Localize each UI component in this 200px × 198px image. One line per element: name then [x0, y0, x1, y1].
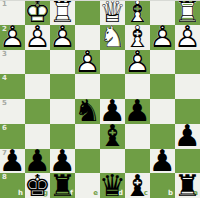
black-pawn-glyph: ♟: [125, 99, 150, 124]
square-f5[interactable]: [50, 99, 75, 124]
black-pawn-glyph: ♟: [0, 149, 25, 174]
black-pawn-glyph: ♟: [100, 99, 125, 124]
square-h6[interactable]: 6: [0, 124, 25, 149]
square-c5[interactable]: ♟: [125, 99, 150, 124]
piece-white-pawn-a2[interactable]: ♟♙: [175, 25, 200, 50]
piece-white-pawn-f2[interactable]: ♟♙: [50, 25, 75, 50]
square-a6[interactable]: ♟: [175, 124, 200, 149]
white-bishop-fill-glyph: ♝: [125, 0, 150, 25]
square-b1[interactable]: [150, 0, 175, 25]
white-pawn-fill-glyph: ♟: [0, 25, 25, 50]
square-g7[interactable]: ♟: [25, 149, 50, 174]
black-pawn-glyph: ♟: [175, 124, 200, 149]
black-pawn-glyph: ♟: [50, 149, 75, 174]
square-b6[interactable]: [150, 124, 175, 149]
white-pawn-fill-glyph: ♟: [175, 25, 200, 50]
square-a8[interactable]: a♜: [175, 173, 200, 198]
black-bishop-glyph: ♝: [100, 124, 125, 149]
square-c3[interactable]: ♟♙: [125, 50, 150, 75]
square-f8[interactable]: f♜: [50, 173, 75, 198]
square-a3[interactable]: [175, 50, 200, 75]
piece-black-rook-a8[interactable]: ♜: [175, 173, 200, 198]
square-h4[interactable]: 4: [0, 74, 25, 99]
white-knight-outline-glyph: ♘: [100, 25, 125, 50]
square-b5[interactable]: [150, 99, 175, 124]
file-label-e: e: [93, 190, 98, 197]
square-c7[interactable]: [125, 149, 150, 174]
white-bishop-outline-glyph: ♗: [125, 25, 150, 50]
white-pawn-outline-glyph: ♙: [25, 25, 50, 50]
black-pawn-glyph: ♟: [25, 149, 50, 174]
piece-white-pawn-b2[interactable]: ♟♙: [150, 25, 175, 50]
rank-label-1: 1: [2, 1, 7, 8]
piece-white-rook-f1[interactable]: ♜♖: [50, 0, 75, 25]
white-pawn-fill-glyph: ♟: [25, 25, 50, 50]
white-pawn-outline-glyph: ♙: [125, 50, 150, 75]
black-bishop-glyph: ♝: [125, 173, 150, 198]
square-e4[interactable]: [75, 74, 100, 99]
square-a7[interactable]: [175, 149, 200, 174]
square-f1[interactable]: ♜♖: [50, 0, 75, 25]
black-pawn-glyph: ♟: [150, 149, 175, 174]
square-c6[interactable]: [125, 124, 150, 149]
black-queen-glyph: ♛: [100, 173, 125, 198]
black-king-glyph: ♚: [25, 173, 50, 198]
square-b3[interactable]: [150, 50, 175, 75]
square-d4[interactable]: [100, 74, 125, 99]
rank-label-5: 5: [2, 100, 7, 107]
black-knight-glyph: ♞: [75, 99, 100, 124]
square-g1[interactable]: ♚♔: [25, 0, 50, 25]
white-rook-outline-glyph: ♖: [50, 0, 75, 25]
square-b2[interactable]: ♟♙: [150, 25, 175, 50]
piece-black-pawn-d5[interactable]: ♟: [100, 99, 125, 124]
black-rook-glyph: ♜: [50, 173, 75, 198]
square-g5[interactable]: [25, 99, 50, 124]
file-label-b: b: [168, 190, 173, 197]
piece-black-queen-d8[interactable]: ♛: [100, 173, 125, 198]
square-h7[interactable]: 7♟: [0, 149, 25, 174]
white-pawn-fill-glyph: ♟: [125, 50, 150, 75]
white-king-outline-glyph: ♔: [25, 0, 50, 25]
white-pawn-outline-glyph: ♙: [50, 25, 75, 50]
piece-white-pawn-h2[interactable]: ♟♙: [0, 25, 25, 50]
square-g8[interactable]: g♚: [25, 173, 50, 198]
white-rook-outline-glyph: ♖: [175, 0, 200, 25]
square-f4[interactable]: [50, 74, 75, 99]
white-pawn-fill-glyph: ♟: [75, 50, 100, 75]
piece-black-pawn-c5[interactable]: ♟: [125, 99, 150, 124]
square-e3[interactable]: ♟♙: [75, 50, 100, 75]
square-d5[interactable]: ♟: [100, 99, 125, 124]
piece-white-bishop-c1[interactable]: ♝♗: [125, 0, 150, 25]
white-pawn-fill-glyph: ♟: [150, 25, 175, 50]
square-e2[interactable]: [75, 25, 100, 50]
square-h3[interactable]: 3: [0, 50, 25, 75]
white-bishop-fill-glyph: ♝: [125, 25, 150, 50]
square-h5[interactable]: 5: [0, 99, 25, 124]
file-label-h: h: [18, 190, 23, 197]
piece-white-knight-d2[interactable]: ♞♘: [100, 25, 125, 50]
piece-black-bishop-c8[interactable]: ♝: [125, 173, 150, 198]
square-h2[interactable]: 2♟♙: [0, 25, 25, 50]
white-pawn-outline-glyph: ♙: [0, 25, 25, 50]
rank-label-6: 6: [2, 125, 7, 132]
piece-white-rook-a1[interactable]: ♜♖: [175, 0, 200, 25]
piece-black-pawn-f7[interactable]: ♟: [50, 149, 75, 174]
square-f3[interactable]: [50, 50, 75, 75]
square-c2[interactable]: ♝♗: [125, 25, 150, 50]
piece-black-knight-e5[interactable]: ♞: [75, 99, 100, 124]
piece-black-pawn-a6[interactable]: ♟: [175, 124, 200, 149]
black-rook-glyph: ♜: [175, 173, 200, 198]
square-b4[interactable]: [150, 74, 175, 99]
white-pawn-fill-glyph: ♟: [50, 25, 75, 50]
piece-white-king-g1[interactable]: ♚♔: [25, 0, 50, 25]
piece-white-bishop-c2[interactable]: ♝♗: [125, 25, 150, 50]
piece-white-pawn-c3[interactable]: ♟♙: [125, 50, 150, 75]
piece-black-pawn-g7[interactable]: ♟: [25, 149, 50, 174]
square-f7[interactable]: ♟: [50, 149, 75, 174]
rank-label-8: 8: [2, 174, 7, 181]
white-queen-outline-glyph: ♕: [100, 0, 125, 25]
chess-board: 1♚♔♜♖♛♕♝♗♜♖2♟♙♟♙♟♙♞♘♝♗♟♙♟♙3♟♙♟♙45♞♟♟6♝♟7…: [0, 0, 200, 198]
square-e7[interactable]: [75, 149, 100, 174]
white-pawn-outline-glyph: ♙: [150, 25, 175, 50]
square-d7[interactable]: [100, 149, 125, 174]
square-a2[interactable]: ♟♙: [175, 25, 200, 50]
square-d8[interactable]: d♛: [100, 173, 125, 198]
white-rook-fill-glyph: ♜: [175, 0, 200, 25]
square-f2[interactable]: ♟♙: [50, 25, 75, 50]
square-e1[interactable]: [75, 0, 100, 25]
white-queen-fill-glyph: ♛: [100, 0, 125, 25]
square-e8[interactable]: e: [75, 173, 100, 198]
piece-black-rook-f8[interactable]: ♜: [50, 173, 75, 198]
square-h1[interactable]: 1: [0, 0, 25, 25]
square-g4[interactable]: [25, 74, 50, 99]
white-rook-fill-glyph: ♜: [50, 0, 75, 25]
piece-white-pawn-g2[interactable]: ♟♙: [25, 25, 50, 50]
white-king-fill-glyph: ♚: [25, 0, 50, 25]
square-d1[interactable]: ♛♕: [100, 0, 125, 25]
white-pawn-outline-glyph: ♙: [175, 25, 200, 50]
square-e6[interactable]: [75, 124, 100, 149]
square-b8[interactable]: b: [150, 173, 175, 198]
square-g2[interactable]: ♟♙: [25, 25, 50, 50]
piece-black-pawn-b7[interactable]: ♟: [150, 149, 175, 174]
square-a1[interactable]: ♜♖: [175, 0, 200, 25]
square-d6[interactable]: ♝: [100, 124, 125, 149]
square-g3[interactable]: [25, 50, 50, 75]
square-h8[interactable]: 8h: [0, 173, 25, 198]
square-e5[interactable]: ♞: [75, 99, 100, 124]
square-a5[interactable]: [175, 99, 200, 124]
square-b7[interactable]: ♟: [150, 149, 175, 174]
square-c1[interactable]: ♝♗: [125, 0, 150, 25]
square-g6[interactable]: [25, 124, 50, 149]
square-d2[interactable]: ♞♘: [100, 25, 125, 50]
square-d3[interactable]: [100, 50, 125, 75]
piece-white-pawn-e3[interactable]: ♟♙: [75, 50, 100, 75]
square-a4[interactable]: [175, 74, 200, 99]
square-c8[interactable]: c♝: [125, 173, 150, 198]
piece-black-pawn-h7[interactable]: ♟: [0, 149, 25, 174]
square-f6[interactable]: [50, 124, 75, 149]
piece-white-queen-d1[interactable]: ♛♕: [100, 0, 125, 25]
white-knight-fill-glyph: ♞: [100, 25, 125, 50]
white-pawn-outline-glyph: ♙: [75, 50, 100, 75]
rank-label-3: 3: [2, 51, 7, 58]
piece-black-king-g8[interactable]: ♚: [25, 173, 50, 198]
rank-label-4: 4: [2, 75, 7, 82]
square-c4[interactable]: [125, 74, 150, 99]
piece-black-bishop-d6[interactable]: ♝: [100, 124, 125, 149]
white-bishop-outline-glyph: ♗: [125, 0, 150, 25]
